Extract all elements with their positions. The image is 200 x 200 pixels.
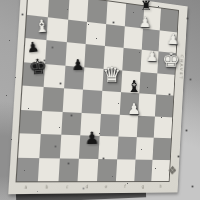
- piece-white-pawn-h6: ♟: [166, 32, 179, 46]
- piece-white-pawn-g7: ♟: [139, 15, 152, 29]
- piece-white-king-h5: ♚: [162, 50, 181, 71]
- piece-white-pawn-f3: ♟: [127, 102, 140, 117]
- piece-black-bishop-f4: ♝: [127, 79, 141, 95]
- piece-black-pawn-c5: ♟: [71, 58, 85, 73]
- piece-black-pawn-a6: ♟: [26, 39, 40, 54]
- piece-black-rook-g8: ♜: [140, 0, 152, 12]
- piece-black-pawn-d2: ♟: [84, 130, 100, 147]
- pieces-layer: ♜♟♝♟♟♚♟♟♚♛♝♟♟: [0, 0, 200, 200]
- piece-white-pawn-g5: ♟: [146, 49, 159, 63]
- piece-white-queen-e4: ♛: [103, 65, 122, 86]
- piece-white-bishop-b7: ♝: [34, 17, 50, 35]
- piece-black-king-a5: ♚: [28, 56, 49, 79]
- board-photo: abcdefgh CHAVET ❖ ♜♟♝♟♟♚♟♟♚♛♝♟♟: [0, 0, 200, 200]
